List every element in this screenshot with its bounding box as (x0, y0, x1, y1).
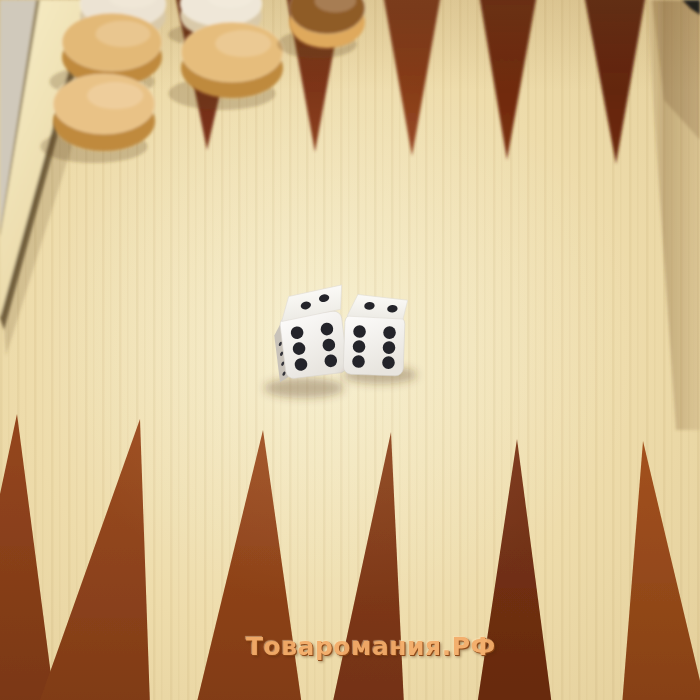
watermark-text: Товаромания.РФ (246, 632, 496, 661)
checker-highlight (96, 21, 151, 47)
checker-highlight (87, 82, 143, 109)
board-svg (0, 0, 700, 700)
backgammon-board-photo: Товаромания.РФ (0, 0, 700, 700)
checker-highlight (215, 30, 271, 57)
die-2[interactable] (343, 294, 408, 376)
die-front-face (343, 314, 405, 376)
die-shadow (264, 378, 344, 398)
die-front-face (279, 310, 348, 379)
